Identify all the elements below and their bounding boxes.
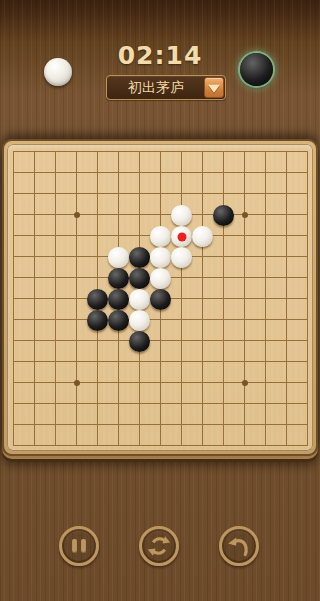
black-stone xyxy=(129,268,150,289)
white-stone xyxy=(150,247,171,268)
black-stone xyxy=(108,310,129,331)
pause-button[interactable] xyxy=(59,526,99,566)
white-stone xyxy=(129,310,150,331)
star-point xyxy=(74,380,80,386)
dropdown-arrow-button[interactable] xyxy=(204,77,224,98)
black-stone xyxy=(129,247,150,268)
black-stone xyxy=(129,331,150,352)
black-stone xyxy=(108,268,129,289)
gomoku-app-screen: 02:14 初出茅庐 xyxy=(0,0,320,601)
board-grid[interactable] xyxy=(13,151,308,446)
gomoku-board[interactable] xyxy=(2,139,318,456)
black-stone xyxy=(108,289,129,310)
white-stone xyxy=(108,247,129,268)
black-stone xyxy=(87,289,108,310)
restart-button[interactable] xyxy=(139,526,179,566)
white-stone xyxy=(129,289,150,310)
star-point xyxy=(74,212,80,218)
undo-button[interactable] xyxy=(219,526,259,566)
black-stone xyxy=(213,205,234,226)
white-stone xyxy=(171,205,192,226)
white-stone xyxy=(150,268,171,289)
black-player-stone-turn-indicator xyxy=(240,53,273,86)
white-stone xyxy=(150,226,171,247)
black-stone xyxy=(87,310,108,331)
board-field[interactable] xyxy=(7,144,313,451)
star-point xyxy=(242,212,248,218)
black-stone xyxy=(150,289,171,310)
undo-arrow-icon xyxy=(226,533,252,559)
difficulty-label: 初出茅庐 xyxy=(107,76,205,99)
difficulty-dropdown[interactable]: 初出茅庐 xyxy=(106,75,226,100)
white-stone xyxy=(171,247,192,268)
chevron-down-icon xyxy=(208,84,220,92)
white-stone xyxy=(171,226,192,247)
refresh-icon xyxy=(146,533,172,559)
last-move-marker xyxy=(177,232,186,241)
white-stone xyxy=(192,226,213,247)
star-point xyxy=(242,380,248,386)
white-player-stone xyxy=(44,58,72,86)
pause-icon xyxy=(72,539,86,553)
